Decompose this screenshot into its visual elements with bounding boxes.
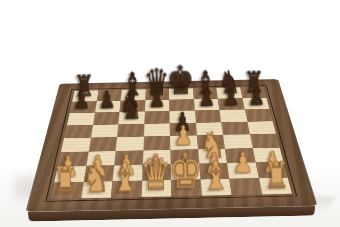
square-h6[interactable] [244,108,272,121]
square-h7[interactable]: ♟ [242,97,269,109]
board-frame: ♜♝♛♚♝♞♜♟♟♟♟♟♟♟♞♟♟♞♟♟♟♟♟♟♟♜♞♝♛♚♝♜ [25,79,317,212]
square-a5[interactable] [64,124,93,137]
piece-black-knight-c6[interactable]: ♞ [112,92,149,123]
square-a1[interactable]: ♜ [51,181,84,198]
square-f1[interactable]: ♝ [200,178,232,195]
square-g6[interactable] [219,109,246,122]
square-a6[interactable] [67,112,95,125]
square-h1[interactable]: ♜ [258,177,292,194]
square-c6[interactable]: ♞ [118,111,144,124]
square-c5[interactable] [117,123,144,136]
board-grid: ♜♝♛♚♝♞♜♟♟♟♟♟♟♟♞♟♟♞♟♟♟♟♟♟♟♜♞♝♛♚♝♜ [51,86,293,198]
piece-black-pawn-h7[interactable]: ♟ [239,85,275,108]
product-photo-scene: ♜♝♛♚♝♞♜♟♟♟♟♟♟♟♞♟♟♞♟♟♟♟♟♟♟♜♞♝♛♚♝♜ [0,0,340,227]
piece-white-rook-a1[interactable]: ♜ [44,163,87,197]
chess-board: ♜♝♛♚♝♞♜♟♟♟♟♟♟♟♞♟♟♞♟♟♟♟♟♟♟♜♞♝♛♚♝♜ [25,79,317,212]
piece-white-rook-h1[interactable]: ♜ [255,158,298,192]
square-b5[interactable] [91,124,119,137]
board-inlay-line: ♜♝♛♚♝♞♜♟♟♟♟♟♟♟♞♟♟♞♟♟♟♟♟♟♟♜♞♝♛♚♝♜ [45,85,297,201]
square-h5[interactable] [247,120,276,133]
piece-white-bishop-f1[interactable]: ♝ [194,157,237,194]
